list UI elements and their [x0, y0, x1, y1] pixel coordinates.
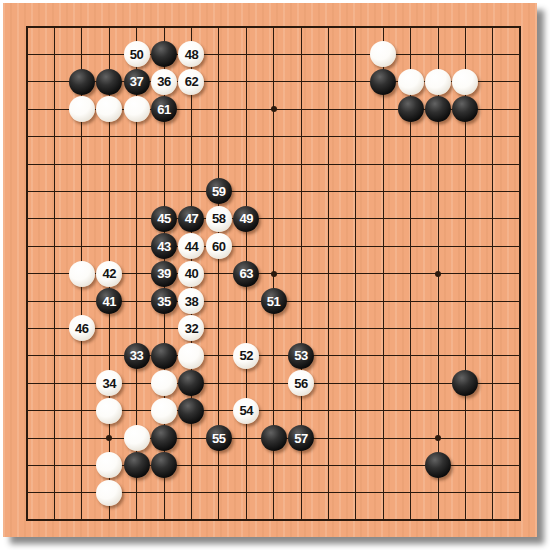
stone-white-move-50: 50 — [124, 41, 150, 67]
move-number-label: 37 — [130, 75, 143, 88]
stone-black-move-57: 57 — [288, 425, 314, 451]
move-number-label: 44 — [185, 240, 198, 253]
move-number-label: 40 — [185, 267, 198, 280]
stone-white-move-40: 40 — [178, 261, 204, 287]
move-number-label: 53 — [294, 349, 307, 362]
move-number-label: 36 — [157, 75, 170, 88]
stone-black — [370, 69, 396, 95]
stone-white — [69, 261, 95, 287]
stone-white — [69, 96, 95, 122]
stone-white-move-36: 36 — [151, 69, 177, 95]
move-number-label: 55 — [212, 432, 225, 445]
stone-white — [96, 96, 122, 122]
stone-black-move-45: 45 — [151, 206, 177, 232]
stone-black — [452, 96, 478, 122]
move-number-label: 34 — [102, 377, 115, 390]
star-point — [435, 271, 441, 277]
move-number-label: 60 — [212, 240, 225, 253]
grid-line-vertical — [328, 26, 329, 521]
move-number-label: 49 — [239, 212, 252, 225]
star-point — [271, 271, 277, 277]
grid-line-horizontal — [26, 519, 521, 521]
stone-black — [261, 425, 287, 451]
stone-black-move-55: 55 — [206, 425, 232, 451]
grid-line-horizontal — [26, 328, 521, 329]
stone-white — [96, 398, 122, 424]
stone-white-move-48: 48 — [178, 41, 204, 67]
move-number-label: 38 — [185, 295, 198, 308]
stone-white — [178, 343, 204, 369]
stone-black — [425, 96, 451, 122]
stone-black — [151, 425, 177, 451]
move-number-label: 59 — [212, 185, 225, 198]
grid-line-vertical — [519, 26, 521, 521]
move-number-label: 51 — [267, 295, 280, 308]
stone-black — [151, 343, 177, 369]
move-number-label: 45 — [157, 212, 170, 225]
move-number-label: 33 — [130, 349, 143, 362]
stone-black-move-63: 63 — [233, 261, 259, 287]
stone-white-move-60: 60 — [206, 233, 232, 259]
stone-white-move-58: 58 — [206, 206, 232, 232]
stone-white-move-32: 32 — [178, 315, 204, 341]
stone-white — [96, 480, 122, 506]
move-number-label: 57 — [294, 432, 307, 445]
move-number-label: 52 — [239, 349, 252, 362]
stone-black-move-61: 61 — [151, 96, 177, 122]
grid-line-vertical — [492, 26, 493, 521]
move-number-label: 42 — [102, 267, 115, 280]
stone-white — [425, 69, 451, 95]
stone-black-move-37: 37 — [124, 69, 150, 95]
stone-white-move-34: 34 — [96, 370, 122, 396]
move-number-label: 56 — [294, 377, 307, 390]
move-number-label: 61 — [157, 103, 170, 116]
stone-black-move-33: 33 — [124, 343, 150, 369]
move-number-label: 43 — [157, 240, 170, 253]
stone-white-move-62: 62 — [178, 69, 204, 95]
stone-white-move-52: 52 — [233, 343, 259, 369]
move-number-label: 63 — [239, 267, 252, 280]
stone-white — [151, 370, 177, 396]
move-number-label: 46 — [75, 322, 88, 335]
move-number-label: 48 — [185, 48, 198, 61]
star-point — [106, 435, 112, 441]
go-diagram-page: 5048373662615945475849434460423940634135… — [0, 0, 550, 550]
move-number-label: 32 — [185, 322, 198, 335]
stone-white — [398, 69, 424, 95]
stone-black-move-39: 39 — [151, 261, 177, 287]
stone-white — [124, 425, 150, 451]
stone-white-move-46: 46 — [69, 315, 95, 341]
star-point — [271, 106, 277, 112]
stone-black — [69, 69, 95, 95]
stone-white — [151, 398, 177, 424]
stone-black — [452, 370, 478, 396]
stone-white — [452, 69, 478, 95]
move-number-label: 35 — [157, 295, 170, 308]
stone-white — [370, 41, 396, 67]
move-number-label: 47 — [185, 212, 198, 225]
move-number-label: 58 — [212, 212, 225, 225]
stone-white — [124, 96, 150, 122]
move-number-label: 50 — [130, 48, 143, 61]
grid-line-vertical — [355, 26, 356, 521]
stone-white-move-54: 54 — [233, 398, 259, 424]
stone-black-move-47: 47 — [178, 206, 204, 232]
stone-black — [151, 41, 177, 67]
grid-line-horizontal — [26, 355, 521, 356]
stone-black-move-51: 51 — [261, 288, 287, 314]
move-number-label: 41 — [102, 295, 115, 308]
stone-black — [124, 452, 150, 478]
stone-black — [151, 452, 177, 478]
stone-white-move-56: 56 — [288, 370, 314, 396]
stone-white-move-44: 44 — [178, 233, 204, 259]
move-number-label: 39 — [157, 267, 170, 280]
stone-black — [398, 96, 424, 122]
board-grid-layer: 5048373662615945475849434460423940634135… — [0, 0, 550, 550]
stone-black-move-49: 49 — [233, 206, 259, 232]
stone-black-move-59: 59 — [206, 178, 232, 204]
stone-white-move-42: 42 — [96, 261, 122, 287]
stone-white-move-38: 38 — [178, 288, 204, 314]
move-number-label: 54 — [239, 404, 252, 417]
stone-black — [178, 370, 204, 396]
grid-line-vertical — [383, 26, 384, 521]
stone-black-move-41: 41 — [96, 288, 122, 314]
stone-black — [425, 452, 451, 478]
stone-black — [96, 69, 122, 95]
stone-black — [178, 398, 204, 424]
stone-black-move-35: 35 — [151, 288, 177, 314]
stone-white — [96, 452, 122, 478]
stone-black-move-43: 43 — [151, 233, 177, 259]
move-number-label: 62 — [185, 75, 198, 88]
stone-black-move-53: 53 — [288, 343, 314, 369]
star-point — [435, 435, 441, 441]
